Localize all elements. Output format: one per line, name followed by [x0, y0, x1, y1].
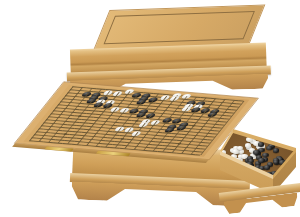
loose-black-stone	[264, 165, 270, 170]
loose-black-stone	[262, 153, 268, 158]
loose-black-stone	[266, 146, 272, 151]
loose-black-stone	[253, 150, 259, 155]
stone-drawer	[215, 124, 300, 216]
box-lid	[65, 3, 270, 98]
loose-black-stone	[273, 148, 279, 153]
loose-black-stone	[258, 158, 264, 163]
go-set-product-photo	[0, 0, 300, 217]
intersection	[194, 153, 206, 157]
box-lid-incised-border	[104, 11, 255, 44]
